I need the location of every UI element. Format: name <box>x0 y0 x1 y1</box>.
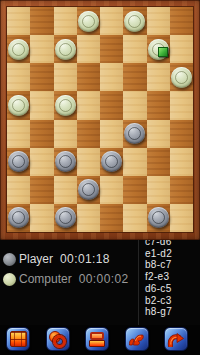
square-c3[interactable] <box>54 148 77 176</box>
square-b8[interactable] <box>30 7 53 35</box>
square-a3[interactable] <box>7 148 30 176</box>
move-list[interactable]: c7-d6e1-d2b8-c7f2-e3d6-c5b2-c3h8-g7 <box>138 240 200 325</box>
square-d1[interactable] <box>77 204 100 232</box>
info-panel: Player 00:01:18 Computer 00:00:02 c7-d6e… <box>0 240 200 325</box>
square-e7[interactable] <box>100 35 123 63</box>
last-move-marker-icon <box>158 47 168 57</box>
move-entry: f2-e3 <box>145 271 200 283</box>
move-entry: b2-c3 <box>145 295 200 307</box>
computer-time: 00:00:02 <box>79 272 129 286</box>
board-frame <box>0 0 200 240</box>
square-f4[interactable] <box>123 120 146 148</box>
square-f1[interactable] <box>123 204 146 232</box>
toolbar <box>0 325 200 355</box>
move-entry: b8-c7 <box>145 259 200 271</box>
square-h5[interactable] <box>170 91 193 119</box>
player-piece[interactable] <box>55 151 76 172</box>
square-a2[interactable] <box>7 176 30 204</box>
computer-piece[interactable] <box>171 67 192 88</box>
move-entry: e1-d2 <box>145 248 200 260</box>
player-piece[interactable] <box>8 151 29 172</box>
move-entry: c7-d6 <box>145 240 200 248</box>
player-time: 00:01:18 <box>60 252 110 266</box>
square-f3[interactable] <box>123 148 146 176</box>
player-piece[interactable] <box>78 179 99 200</box>
player-piece[interactable] <box>101 151 122 172</box>
square-d8[interactable] <box>77 7 100 35</box>
computer-clock-row: Computer 00:00:02 <box>3 272 138 286</box>
undo-arrow-icon <box>167 332 185 347</box>
square-f8[interactable] <box>123 7 146 35</box>
square-e4[interactable] <box>100 120 123 148</box>
square-g5[interactable] <box>147 91 170 119</box>
position-setup-button[interactable] <box>85 327 109 351</box>
square-e3[interactable] <box>100 148 123 176</box>
move-entry: h8-g7 <box>145 306 200 318</box>
move-list-inner: c7-d6e1-d2b8-c7f2-e3d6-c5b2-c3h8-g7 <box>145 240 200 318</box>
square-d4[interactable] <box>77 120 100 148</box>
pieces-icon <box>49 331 66 348</box>
computer-piece[interactable] <box>8 95 29 116</box>
player-piece[interactable] <box>124 123 145 144</box>
square-f2[interactable] <box>123 176 146 204</box>
square-b2[interactable] <box>30 176 53 204</box>
player-piece-icon <box>3 253 16 266</box>
square-d3[interactable] <box>77 148 100 176</box>
checkers-app-screen: Player 00:01:18 Computer 00:00:02 c7-d6e… <box>0 0 200 355</box>
square-d5[interactable] <box>77 91 100 119</box>
square-d6[interactable] <box>77 63 100 91</box>
square-h1[interactable] <box>170 204 193 232</box>
undo-button[interactable] <box>164 327 188 351</box>
checkers-board[interactable] <box>7 7 193 232</box>
square-c7[interactable] <box>54 35 77 63</box>
computer-piece[interactable] <box>78 11 99 32</box>
square-e2[interactable] <box>100 176 123 204</box>
square-g7[interactable] <box>147 35 170 63</box>
square-h7[interactable] <box>170 35 193 63</box>
square-g8[interactable] <box>147 7 170 35</box>
square-g4[interactable] <box>147 120 170 148</box>
square-e1[interactable] <box>100 204 123 232</box>
square-b4[interactable] <box>30 120 53 148</box>
square-b7[interactable] <box>30 35 53 63</box>
square-d2[interactable] <box>77 176 100 204</box>
move-entry: d6-c5 <box>145 283 200 295</box>
square-g1[interactable] <box>147 204 170 232</box>
square-h6[interactable] <box>170 63 193 91</box>
computer-piece[interactable] <box>8 39 29 60</box>
grid-icon <box>10 331 27 347</box>
square-a5[interactable] <box>7 91 30 119</box>
square-c4[interactable] <box>54 120 77 148</box>
square-c5[interactable] <box>54 91 77 119</box>
square-b1[interactable] <box>30 204 53 232</box>
square-a6[interactable] <box>7 63 30 91</box>
square-a8[interactable] <box>7 7 30 35</box>
square-e6[interactable] <box>100 63 123 91</box>
square-h2[interactable] <box>170 176 193 204</box>
square-f5[interactable] <box>123 91 146 119</box>
computer-piece[interactable] <box>55 95 76 116</box>
hint-button[interactable] <box>125 327 149 351</box>
computer-piece[interactable] <box>55 39 76 60</box>
player-piece[interactable] <box>55 207 76 228</box>
square-c2[interactable] <box>54 176 77 204</box>
square-a7[interactable] <box>7 35 30 63</box>
square-f7[interactable] <box>123 35 146 63</box>
player-piece[interactable] <box>148 207 169 228</box>
computer-piece[interactable] <box>124 11 145 32</box>
square-c8[interactable] <box>54 7 77 35</box>
square-e5[interactable] <box>100 91 123 119</box>
square-e8[interactable] <box>100 7 123 35</box>
square-f6[interactable] <box>123 63 146 91</box>
new-game-button[interactable] <box>46 327 70 351</box>
square-h8[interactable] <box>170 7 193 35</box>
square-b3[interactable] <box>30 148 53 176</box>
computer-label: Computer <box>19 272 72 286</box>
square-h3[interactable] <box>170 148 193 176</box>
square-g3[interactable] <box>147 148 170 176</box>
square-g6[interactable] <box>147 63 170 91</box>
square-a1[interactable] <box>7 204 30 232</box>
player-piece[interactable] <box>8 207 29 228</box>
square-g2[interactable] <box>147 176 170 204</box>
square-c6[interactable] <box>54 63 77 91</box>
square-b6[interactable] <box>30 63 53 91</box>
square-a4[interactable] <box>7 120 30 148</box>
hint-icon <box>128 332 146 347</box>
square-b5[interactable] <box>30 91 53 119</box>
square-d7[interactable] <box>77 35 100 63</box>
clocks: Player 00:01:18 Computer 00:00:02 <box>0 240 138 325</box>
square-c1[interactable] <box>54 204 77 232</box>
player-clock-row: Player 00:01:18 <box>3 252 138 266</box>
player-label: Player <box>19 252 53 266</box>
square-h4[interactable] <box>170 120 193 148</box>
layers-icon <box>89 332 105 347</box>
computer-piece-icon <box>3 273 16 286</box>
menu-button[interactable] <box>6 327 30 351</box>
